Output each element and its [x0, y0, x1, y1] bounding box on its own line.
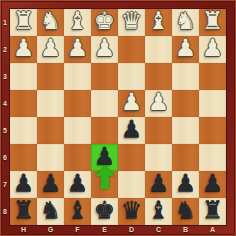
square-a5[interactable]	[199, 117, 226, 144]
rank-label-2: 2	[0, 46, 10, 53]
square-h4[interactable]	[10, 90, 37, 117]
square-b3[interactable]	[172, 63, 199, 90]
rank-label-6: 6	[0, 154, 10, 161]
square-e1[interactable]: ♚	[91, 9, 118, 36]
piece-white-knight[interactable]: ♞	[175, 8, 197, 35]
square-a8[interactable]: ♜	[199, 198, 226, 225]
square-a2[interactable]: ♟	[199, 36, 226, 63]
piece-black-rook[interactable]: ♜	[202, 197, 224, 224]
square-d5[interactable]: ♟	[118, 117, 145, 144]
square-b2[interactable]: ♟	[172, 36, 199, 63]
piece-white-pawn[interactable]: ♟	[148, 89, 170, 116]
file-label-f: F	[64, 226, 91, 236]
square-f4[interactable]	[64, 90, 91, 117]
file-label-b: B	[172, 226, 199, 236]
piece-white-rook[interactable]: ♜	[202, 8, 224, 35]
square-h8[interactable]: ♜	[10, 198, 37, 225]
file-label-e: E	[91, 226, 118, 236]
square-h2[interactable]: ♟	[10, 36, 37, 63]
square-g7[interactable]: ♟	[37, 171, 64, 198]
square-c8[interactable]: ♝	[145, 198, 172, 225]
square-a6[interactable]	[199, 144, 226, 171]
square-d6[interactable]	[118, 144, 145, 171]
square-d8[interactable]: ♛	[118, 198, 145, 225]
square-d3[interactable]	[118, 63, 145, 90]
square-d1[interactable]: ♛	[118, 9, 145, 36]
square-g3[interactable]	[37, 63, 64, 90]
square-a3[interactable]	[199, 63, 226, 90]
rank-label-3: 3	[0, 73, 10, 80]
piece-white-pawn[interactable]: ♟	[175, 35, 197, 62]
square-f6[interactable]	[64, 144, 91, 171]
file-label-a: A	[199, 226, 226, 236]
square-b7[interactable]: ♟	[172, 171, 199, 198]
square-a7[interactable]: ♟	[199, 171, 226, 198]
square-c2[interactable]	[145, 36, 172, 63]
square-g1[interactable]: ♞	[37, 9, 64, 36]
rank-label-8: 8	[0, 208, 10, 215]
piece-black-pawn[interactable]: ♟	[13, 170, 35, 197]
square-c3[interactable]	[145, 63, 172, 90]
square-c1[interactable]: ♝	[145, 9, 172, 36]
square-a4[interactable]	[199, 90, 226, 117]
square-h1[interactable]: ♜	[10, 9, 37, 36]
piece-white-pawn[interactable]: ♟	[13, 35, 35, 62]
square-b4[interactable]	[172, 90, 199, 117]
square-d2[interactable]	[118, 36, 145, 63]
square-e7[interactable]	[91, 171, 118, 198]
square-d7[interactable]	[118, 171, 145, 198]
square-d4[interactable]: ♟	[118, 90, 145, 117]
square-f5[interactable]	[64, 117, 91, 144]
piece-black-queen[interactable]: ♛	[121, 197, 143, 224]
square-f2[interactable]: ♟	[64, 36, 91, 63]
square-b8[interactable]: ♞	[172, 198, 199, 225]
file-label-g: G	[37, 226, 64, 236]
square-c4[interactable]: ♟	[145, 90, 172, 117]
piece-white-bishop[interactable]: ♝	[148, 8, 170, 35]
piece-white-king[interactable]: ♚	[94, 8, 116, 35]
chess-board: ♜♞♝♚♛♝♞♜♟♟♟♟♟♟♟♟♟♟♟♟♟♟♟♟♜♞♝♚♛♝♞♜	[10, 9, 226, 225]
square-f3[interactable]	[64, 63, 91, 90]
square-f7[interactable]: ♟	[64, 171, 91, 198]
square-g6[interactable]	[37, 144, 64, 171]
square-h3[interactable]	[10, 63, 37, 90]
square-g8[interactable]: ♞	[37, 198, 64, 225]
piece-black-pawn[interactable]: ♟	[40, 170, 62, 197]
square-g4[interactable]	[37, 90, 64, 117]
file-label-d: D	[118, 226, 145, 236]
rank-label-1: 1	[0, 19, 10, 26]
square-e4[interactable]	[91, 90, 118, 117]
square-h7[interactable]: ♟	[10, 171, 37, 198]
square-e2[interactable]: ♟	[91, 36, 118, 63]
piece-black-rook[interactable]: ♜	[13, 197, 35, 224]
piece-white-pawn[interactable]: ♟	[94, 35, 116, 62]
piece-black-pawn[interactable]: ♟	[121, 116, 143, 143]
square-e5[interactable]	[91, 117, 118, 144]
piece-black-pawn[interactable]: ♟	[148, 170, 170, 197]
rank-label-5: 5	[0, 127, 10, 134]
piece-black-pawn[interactable]: ♟	[202, 170, 224, 197]
square-c7[interactable]: ♟	[145, 171, 172, 198]
piece-white-pawn[interactable]: ♟	[40, 35, 62, 62]
square-f8[interactable]: ♝	[64, 198, 91, 225]
piece-white-bishop[interactable]: ♝	[67, 8, 89, 35]
square-e6[interactable]: ♟	[91, 144, 118, 171]
square-g2[interactable]: ♟	[37, 36, 64, 63]
file-label-c: C	[145, 226, 172, 236]
square-g5[interactable]	[37, 117, 64, 144]
square-c6[interactable]	[145, 144, 172, 171]
piece-white-pawn[interactable]: ♟	[121, 89, 143, 116]
piece-black-king[interactable]: ♚	[94, 197, 116, 224]
piece-black-pawn[interactable]: ♟	[175, 170, 197, 197]
square-b6[interactable]	[172, 144, 199, 171]
square-h5[interactable]	[10, 117, 37, 144]
square-c5[interactable]	[145, 117, 172, 144]
piece-black-bishop[interactable]: ♝	[67, 197, 89, 224]
square-f1[interactable]: ♝	[64, 9, 91, 36]
rank-label-7: 7	[0, 181, 10, 188]
square-a1[interactable]: ♜	[199, 9, 226, 36]
piece-white-queen[interactable]: ♛	[121, 8, 143, 35]
file-label-h: H	[10, 226, 37, 236]
square-e8[interactable]: ♚	[91, 198, 118, 225]
piece-black-pawn[interactable]: ♟	[67, 170, 89, 197]
chess-board-frame: ♜♞♝♚♛♝♞♜♟♟♟♟♟♟♟♟♟♟♟♟♟♟♟♟♜♞♝♚♛♝♞♜ 1234567…	[0, 0, 236, 236]
piece-black-knight[interactable]: ♞	[40, 197, 62, 224]
piece-white-pawn[interactable]: ♟	[202, 35, 224, 62]
piece-white-knight[interactable]: ♞	[40, 8, 62, 35]
piece-black-pawn[interactable]: ♟	[94, 143, 116, 170]
piece-white-pawn[interactable]: ♟	[67, 35, 89, 62]
rank-label-4: 4	[0, 100, 10, 107]
square-h6[interactable]	[10, 144, 37, 171]
square-b5[interactable]	[172, 117, 199, 144]
square-b1[interactable]: ♞	[172, 9, 199, 36]
piece-white-rook[interactable]: ♜	[13, 8, 35, 35]
piece-black-knight[interactable]: ♞	[175, 197, 197, 224]
square-e3[interactable]	[91, 63, 118, 90]
piece-black-bishop[interactable]: ♝	[148, 197, 170, 224]
